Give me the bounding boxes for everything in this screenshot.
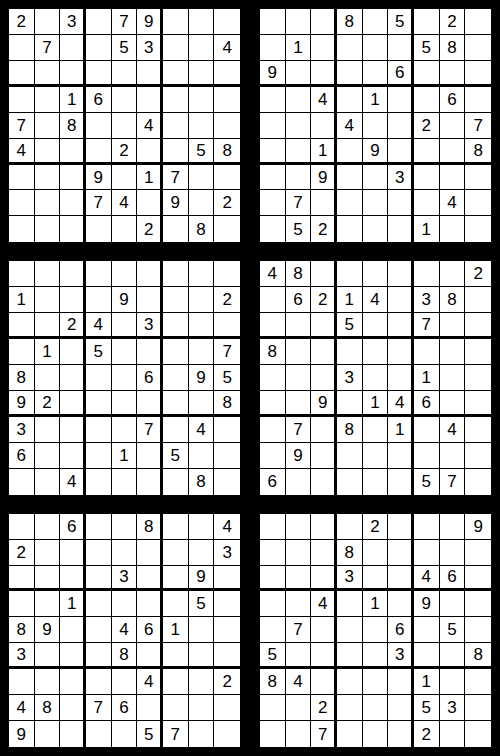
- grid5-cell-r4c4[interactable]: [86, 591, 112, 617]
- grid3-cell-r7c9[interactable]: [214, 417, 240, 443]
- grid6-cell-r5c9[interactable]: [465, 617, 491, 643]
- grid5-cell-r2c2[interactable]: [35, 540, 61, 566]
- grid6-cell-r1c2[interactable]: [286, 514, 312, 540]
- grid4-cell-r4c2[interactable]: [286, 339, 312, 365]
- grid5-cell-r9c3[interactable]: [60, 721, 86, 747]
- grid2-cell-r9c8[interactable]: [440, 216, 466, 242]
- grid5-cell-r1c4[interactable]: [86, 514, 112, 540]
- grid5-cell-r5c9[interactable]: [214, 617, 240, 643]
- grid1-cell-r3c9[interactable]: [214, 61, 240, 87]
- grid6-cell-r6c4[interactable]: [337, 643, 363, 669]
- grid5-cell-r3c6[interactable]: [137, 566, 163, 592]
- grid2-cell-r5c2[interactable]: [286, 113, 312, 139]
- grid6-cell-r2c1[interactable]: [260, 540, 286, 566]
- grid6-cell-r2c8[interactable]: [440, 540, 466, 566]
- grid5-cell-r5c8[interactable]: [189, 617, 215, 643]
- grid5-cell-r6c8[interactable]: [189, 643, 215, 669]
- grid3-cell-r1c3[interactable]: [60, 261, 86, 287]
- grid5-cell-r7c5[interactable]: [112, 669, 138, 695]
- grid2-cell-r7c5[interactable]: [363, 165, 389, 191]
- grid4-cell-r1c7[interactable]: [414, 261, 440, 287]
- grid6-cell-r7c6[interactable]: [388, 669, 414, 695]
- grid6-cell-r2c6[interactable]: [388, 540, 414, 566]
- grid4-cell-r4c5[interactable]: [363, 339, 389, 365]
- grid2-cell-r2c5[interactable]: [363, 35, 389, 61]
- grid4-cell-r3c5[interactable]: [363, 313, 389, 339]
- grid3-cell-r5c3[interactable]: [60, 365, 86, 391]
- grid1-cell-r4c5[interactable]: [112, 87, 138, 113]
- grid5-cell-r7c4[interactable]: [86, 669, 112, 695]
- grid6-cell-r2c3[interactable]: [311, 540, 337, 566]
- grid6-cell-r5c3[interactable]: [311, 617, 337, 643]
- grid1-cell-r5c8[interactable]: [189, 113, 215, 139]
- grid6-cell-r7c8[interactable]: [440, 669, 466, 695]
- grid5-cell-r3c2[interactable]: [35, 566, 61, 592]
- grid4-cell-r6c4[interactable]: [337, 391, 363, 417]
- grid5-cell-r1c1[interactable]: [9, 514, 35, 540]
- grid3-cell-r2c7[interactable]: [163, 287, 189, 313]
- grid2-cell-r2c9[interactable]: [465, 35, 491, 61]
- grid1-cell-r8c6[interactable]: [137, 190, 163, 216]
- grid2-cell-r1c2[interactable]: [286, 9, 312, 35]
- grid5-cell-r8c9[interactable]: [214, 695, 240, 721]
- grid4-cell-r1c3[interactable]: [311, 261, 337, 287]
- grid1-cell-r4c7[interactable]: [163, 87, 189, 113]
- grid3-cell-r9c2[interactable]: [35, 469, 61, 495]
- grid4-cell-r2c6[interactable]: [388, 287, 414, 313]
- grid3-cell-r2c8[interactable]: [189, 287, 215, 313]
- grid2-cell-r5c1[interactable]: [260, 113, 286, 139]
- grid3-cell-r6c4[interactable]: [86, 391, 112, 417]
- grid4-cell-r7c1[interactable]: [260, 417, 286, 443]
- grid1-cell-r4c2[interactable]: [35, 87, 61, 113]
- grid5-cell-r9c2[interactable]: [35, 721, 61, 747]
- grid4-cell-r4c9[interactable]: [465, 339, 491, 365]
- grid5-cell-r4c9[interactable]: [214, 591, 240, 617]
- grid3-cell-r4c5[interactable]: [112, 339, 138, 365]
- grid5-cell-r1c5[interactable]: [112, 514, 138, 540]
- grid3-cell-r1c4[interactable]: [86, 261, 112, 287]
- grid3-cell-r3c1[interactable]: [9, 313, 35, 339]
- grid6-cell-r3c3[interactable]: [311, 566, 337, 592]
- grid5-cell-r4c2[interactable]: [35, 591, 61, 617]
- grid2-cell-r2c1[interactable]: [260, 35, 286, 61]
- grid2-cell-r4c6[interactable]: [388, 87, 414, 113]
- grid3-cell-r4c7[interactable]: [163, 339, 189, 365]
- grid2-cell-r8c1[interactable]: [260, 190, 286, 216]
- grid5-cell-r8c7[interactable]: [163, 695, 189, 721]
- grid3-cell-r3c7[interactable]: [163, 313, 189, 339]
- grid2-cell-r1c9[interactable]: [465, 9, 491, 35]
- grid2-cell-r4c1[interactable]: [260, 87, 286, 113]
- grid1-cell-r9c7[interactable]: [163, 216, 189, 242]
- grid3-cell-r8c8[interactable]: [189, 443, 215, 469]
- grid2-cell-r7c9[interactable]: [465, 165, 491, 191]
- grid5-cell-r9c4[interactable]: [86, 721, 112, 747]
- grid6-cell-r9c8[interactable]: [440, 721, 466, 747]
- grid3-cell-r2c3[interactable]: [60, 287, 86, 313]
- grid6-cell-r3c6[interactable]: [388, 566, 414, 592]
- grid1-cell-r5c2[interactable]: [35, 113, 61, 139]
- grid1-cell-r6c4[interactable]: [86, 139, 112, 165]
- grid3-cell-r6c5[interactable]: [112, 391, 138, 417]
- grid5-cell-r9c8[interactable]: [189, 721, 215, 747]
- grid4-cell-r5c6[interactable]: [388, 365, 414, 391]
- grid1-cell-r3c7[interactable]: [163, 61, 189, 87]
- grid5-cell-r5c3[interactable]: [60, 617, 86, 643]
- grid2-cell-r5c5[interactable]: [363, 113, 389, 139]
- grid4-cell-r3c3[interactable]: [311, 313, 337, 339]
- grid2-cell-r6c7[interactable]: [414, 139, 440, 165]
- grid6-cell-r2c5[interactable]: [363, 540, 389, 566]
- grid5-cell-r3c4[interactable]: [86, 566, 112, 592]
- grid5-cell-r7c1[interactable]: [9, 669, 35, 695]
- grid6-cell-r9c6[interactable]: [388, 721, 414, 747]
- grid6-cell-r4c2[interactable]: [286, 591, 312, 617]
- grid6-cell-r4c9[interactable]: [465, 591, 491, 617]
- grid6-cell-r9c9[interactable]: [465, 721, 491, 747]
- grid4-cell-r7c3[interactable]: [311, 417, 337, 443]
- grid5-cell-r9c5[interactable]: [112, 721, 138, 747]
- grid1-cell-r9c1[interactable]: [9, 216, 35, 242]
- grid3-cell-r1c1[interactable]: [9, 261, 35, 287]
- grid2-cell-r1c3[interactable]: [311, 9, 337, 35]
- grid1-cell-r4c6[interactable]: [137, 87, 163, 113]
- grid6-cell-r7c9[interactable]: [465, 669, 491, 695]
- grid3-cell-r7c4[interactable]: [86, 417, 112, 443]
- grid6-cell-r9c4[interactable]: [337, 721, 363, 747]
- grid4-cell-r8c9[interactable]: [465, 443, 491, 469]
- grid3-cell-r1c6[interactable]: [137, 261, 163, 287]
- grid2-cell-r9c4[interactable]: [337, 216, 363, 242]
- grid6-cell-r8c9[interactable]: [465, 695, 491, 721]
- grid5-cell-r7c2[interactable]: [35, 669, 61, 695]
- grid2-cell-r8c4[interactable]: [337, 190, 363, 216]
- grid2-cell-r9c1[interactable]: [260, 216, 286, 242]
- grid3-cell-r8c6[interactable]: [137, 443, 163, 469]
- grid6-cell-r8c2[interactable]: [286, 695, 312, 721]
- grid2-cell-r2c4[interactable]: [337, 35, 363, 61]
- grid1-cell-r2c7[interactable]: [163, 35, 189, 61]
- grid2-cell-r8c7[interactable]: [414, 190, 440, 216]
- grid6-cell-r6c2[interactable]: [286, 643, 312, 669]
- grid1-cell-r7c9[interactable]: [214, 165, 240, 191]
- grid3-cell-r5c4[interactable]: [86, 365, 112, 391]
- grid2-cell-r6c2[interactable]: [286, 139, 312, 165]
- grid4-cell-r9c6[interactable]: [388, 469, 414, 495]
- grid6-cell-r6c5[interactable]: [363, 643, 389, 669]
- grid4-cell-r7c7[interactable]: [414, 417, 440, 443]
- grid6-cell-r3c1[interactable]: [260, 566, 286, 592]
- grid4-cell-r8c6[interactable]: [388, 443, 414, 469]
- grid1-cell-r5c5[interactable]: [112, 113, 138, 139]
- grid2-cell-r3c4[interactable]: [337, 61, 363, 87]
- grid4-cell-r6c9[interactable]: [465, 391, 491, 417]
- grid1-cell-r9c9[interactable]: [214, 216, 240, 242]
- grid2-cell-r6c4[interactable]: [337, 139, 363, 165]
- grid4-cell-r5c9[interactable]: [465, 365, 491, 391]
- grid1-cell-r3c3[interactable]: [60, 61, 86, 87]
- grid4-cell-r9c3[interactable]: [311, 469, 337, 495]
- grid2-cell-r1c5[interactable]: [363, 9, 389, 35]
- grid4-cell-r7c5[interactable]: [363, 417, 389, 443]
- grid1-cell-r8c2[interactable]: [35, 190, 61, 216]
- grid2-cell-r5c3[interactable]: [311, 113, 337, 139]
- grid2-cell-r4c7[interactable]: [414, 87, 440, 113]
- grid3-cell-r4c6[interactable]: [137, 339, 163, 365]
- grid3-cell-r2c4[interactable]: [86, 287, 112, 313]
- grid4-cell-r9c9[interactable]: [465, 469, 491, 495]
- grid6-cell-r9c2[interactable]: [286, 721, 312, 747]
- grid2-cell-r6c6[interactable]: [388, 139, 414, 165]
- grid4-cell-r5c3[interactable]: [311, 365, 337, 391]
- grid1-cell-r7c1[interactable]: [9, 165, 35, 191]
- grid6-cell-r8c4[interactable]: [337, 695, 363, 721]
- grid5-cell-r2c8[interactable]: [189, 540, 215, 566]
- grid3-cell-r1c5[interactable]: [112, 261, 138, 287]
- grid5-cell-r4c6[interactable]: [137, 591, 163, 617]
- grid3-cell-r9c6[interactable]: [137, 469, 163, 495]
- grid3-cell-r4c3[interactable]: [60, 339, 86, 365]
- grid1-cell-r3c2[interactable]: [35, 61, 61, 87]
- grid6-cell-r4c4[interactable]: [337, 591, 363, 617]
- grid3-cell-r9c9[interactable]: [214, 469, 240, 495]
- grid2-cell-r4c9[interactable]: [465, 87, 491, 113]
- grid6-cell-r1c4[interactable]: [337, 514, 363, 540]
- grid4-cell-r6c1[interactable]: [260, 391, 286, 417]
- grid4-cell-r1c6[interactable]: [388, 261, 414, 287]
- grid1-cell-r8c1[interactable]: [9, 190, 35, 216]
- grid6-cell-r5c4[interactable]: [337, 617, 363, 643]
- grid2-cell-r8c3[interactable]: [311, 190, 337, 216]
- grid2-cell-r2c3[interactable]: [311, 35, 337, 61]
- grid4-cell-r4c4[interactable]: [337, 339, 363, 365]
- grid3-cell-r5c7[interactable]: [163, 365, 189, 391]
- grid1-cell-r8c8[interactable]: [189, 190, 215, 216]
- grid1-cell-r1c9[interactable]: [214, 9, 240, 35]
- grid1-cell-r9c4[interactable]: [86, 216, 112, 242]
- grid3-cell-r7c7[interactable]: [163, 417, 189, 443]
- grid2-cell-r7c8[interactable]: [440, 165, 466, 191]
- grid4-cell-r1c8[interactable]: [440, 261, 466, 287]
- grid1-cell-r1c7[interactable]: [163, 9, 189, 35]
- grid1-cell-r7c8[interactable]: [189, 165, 215, 191]
- grid4-cell-r6c2[interactable]: [286, 391, 312, 417]
- grid6-cell-r3c2[interactable]: [286, 566, 312, 592]
- grid2-cell-r1c7[interactable]: [414, 9, 440, 35]
- grid1-cell-r3c6[interactable]: [137, 61, 163, 87]
- grid4-cell-r4c7[interactable]: [414, 339, 440, 365]
- grid4-cell-r4c6[interactable]: [388, 339, 414, 365]
- grid6-cell-r4c1[interactable]: [260, 591, 286, 617]
- grid2-cell-r5c6[interactable]: [388, 113, 414, 139]
- grid1-cell-r4c1[interactable]: [9, 87, 35, 113]
- grid4-cell-r1c4[interactable]: [337, 261, 363, 287]
- grid5-cell-r5c4[interactable]: [86, 617, 112, 643]
- grid1-cell-r4c8[interactable]: [189, 87, 215, 113]
- grid1-cell-r6c2[interactable]: [35, 139, 61, 165]
- grid1-cell-r5c7[interactable]: [163, 113, 189, 139]
- grid1-cell-r4c9[interactable]: [214, 87, 240, 113]
- grid4-cell-r2c9[interactable]: [465, 287, 491, 313]
- grid4-cell-r3c2[interactable]: [286, 313, 312, 339]
- grid1-cell-r7c2[interactable]: [35, 165, 61, 191]
- grid1-cell-r1c8[interactable]: [189, 9, 215, 35]
- grid5-cell-r8c8[interactable]: [189, 695, 215, 721]
- grid1-cell-r3c8[interactable]: [189, 61, 215, 87]
- grid4-cell-r8c7[interactable]: [414, 443, 440, 469]
- grid5-cell-r7c7[interactable]: [163, 669, 189, 695]
- grid4-cell-r6c8[interactable]: [440, 391, 466, 417]
- grid4-cell-r2c1[interactable]: [260, 287, 286, 313]
- grid5-cell-r2c5[interactable]: [112, 540, 138, 566]
- grid6-cell-r1c3[interactable]: [311, 514, 337, 540]
- grid6-cell-r3c5[interactable]: [363, 566, 389, 592]
- grid6-cell-r9c5[interactable]: [363, 721, 389, 747]
- grid1-cell-r9c2[interactable]: [35, 216, 61, 242]
- grid1-cell-r9c5[interactable]: [112, 216, 138, 242]
- grid5-cell-r1c7[interactable]: [163, 514, 189, 540]
- grid3-cell-r6c8[interactable]: [189, 391, 215, 417]
- grid5-cell-r6c6[interactable]: [137, 643, 163, 669]
- grid6-cell-r7c4[interactable]: [337, 669, 363, 695]
- grid4-cell-r3c6[interactable]: [388, 313, 414, 339]
- grid2-cell-r3c3[interactable]: [311, 61, 337, 87]
- grid5-cell-r4c1[interactable]: [9, 591, 35, 617]
- grid2-cell-r4c4[interactable]: [337, 87, 363, 113]
- grid4-cell-r5c1[interactable]: [260, 365, 286, 391]
- grid2-cell-r9c6[interactable]: [388, 216, 414, 242]
- grid5-cell-r1c2[interactable]: [35, 514, 61, 540]
- grid3-cell-r9c4[interactable]: [86, 469, 112, 495]
- grid1-cell-r6c6[interactable]: [137, 139, 163, 165]
- grid2-cell-r3c9[interactable]: [465, 61, 491, 87]
- grid4-cell-r9c5[interactable]: [363, 469, 389, 495]
- grid5-cell-r3c7[interactable]: [163, 566, 189, 592]
- grid3-cell-r1c2[interactable]: [35, 261, 61, 287]
- grid6-cell-r4c6[interactable]: [388, 591, 414, 617]
- grid4-cell-r4c8[interactable]: [440, 339, 466, 365]
- grid4-cell-r8c4[interactable]: [337, 443, 363, 469]
- grid1-cell-r2c3[interactable]: [60, 35, 86, 61]
- grid2-cell-r9c5[interactable]: [363, 216, 389, 242]
- grid6-cell-r6c7[interactable]: [414, 643, 440, 669]
- grid5-cell-r3c3[interactable]: [60, 566, 86, 592]
- grid5-cell-r8c3[interactable]: [60, 695, 86, 721]
- grid1-cell-r7c5[interactable]: [112, 165, 138, 191]
- grid6-cell-r2c2[interactable]: [286, 540, 312, 566]
- grid2-cell-r7c7[interactable]: [414, 165, 440, 191]
- grid3-cell-r6c6[interactable]: [137, 391, 163, 417]
- grid3-cell-r7c5[interactable]: [112, 417, 138, 443]
- grid6-cell-r1c1[interactable]: [260, 514, 286, 540]
- grid1-cell-r5c9[interactable]: [214, 113, 240, 139]
- grid5-cell-r2c4[interactable]: [86, 540, 112, 566]
- grid3-cell-r5c2[interactable]: [35, 365, 61, 391]
- grid5-cell-r6c7[interactable]: [163, 643, 189, 669]
- grid3-cell-r2c6[interactable]: [137, 287, 163, 313]
- grid1-cell-r3c4[interactable]: [86, 61, 112, 87]
- grid2-cell-r7c4[interactable]: [337, 165, 363, 191]
- grid6-cell-r1c7[interactable]: [414, 514, 440, 540]
- grid3-cell-r1c9[interactable]: [214, 261, 240, 287]
- grid1-cell-r1c2[interactable]: [35, 9, 61, 35]
- grid3-cell-r8c3[interactable]: [60, 443, 86, 469]
- grid3-cell-r6c7[interactable]: [163, 391, 189, 417]
- grid3-cell-r3c8[interactable]: [189, 313, 215, 339]
- grid3-cell-r8c9[interactable]: [214, 443, 240, 469]
- grid6-cell-r7c5[interactable]: [363, 669, 389, 695]
- grid2-cell-r3c7[interactable]: [414, 61, 440, 87]
- grid2-cell-r6c8[interactable]: [440, 139, 466, 165]
- grid3-cell-r3c2[interactable]: [35, 313, 61, 339]
- grid5-cell-r3c9[interactable]: [214, 566, 240, 592]
- grid3-cell-r1c8[interactable]: [189, 261, 215, 287]
- grid4-cell-r8c1[interactable]: [260, 443, 286, 469]
- grid2-cell-r9c9[interactable]: [465, 216, 491, 242]
- grid6-cell-r6c3[interactable]: [311, 643, 337, 669]
- grid5-cell-r1c8[interactable]: [189, 514, 215, 540]
- grid3-cell-r9c1[interactable]: [9, 469, 35, 495]
- grid5-cell-r4c7[interactable]: [163, 591, 189, 617]
- grid5-cell-r6c2[interactable]: [35, 643, 61, 669]
- grid3-cell-r8c4[interactable]: [86, 443, 112, 469]
- grid3-cell-r5c5[interactable]: [112, 365, 138, 391]
- grid4-cell-r8c5[interactable]: [363, 443, 389, 469]
- grid3-cell-r1c7[interactable]: [163, 261, 189, 287]
- grid4-cell-r7c9[interactable]: [465, 417, 491, 443]
- grid6-cell-r8c5[interactable]: [363, 695, 389, 721]
- grid4-cell-r3c1[interactable]: [260, 313, 286, 339]
- grid1-cell-r6c3[interactable]: [60, 139, 86, 165]
- grid2-cell-r5c8[interactable]: [440, 113, 466, 139]
- grid2-cell-r6c1[interactable]: [260, 139, 286, 165]
- grid5-cell-r2c7[interactable]: [163, 540, 189, 566]
- grid2-cell-r8c9[interactable]: [465, 190, 491, 216]
- grid1-cell-r8c3[interactable]: [60, 190, 86, 216]
- grid5-cell-r3c1[interactable]: [9, 566, 35, 592]
- grid3-cell-r6c3[interactable]: [60, 391, 86, 417]
- grid2-cell-r3c8[interactable]: [440, 61, 466, 87]
- grid4-cell-r8c3[interactable]: [311, 443, 337, 469]
- grid2-cell-r7c2[interactable]: [286, 165, 312, 191]
- grid4-cell-r4c3[interactable]: [311, 339, 337, 365]
- grid4-cell-r9c2[interactable]: [286, 469, 312, 495]
- grid5-cell-r6c9[interactable]: [214, 643, 240, 669]
- grid6-cell-r9c1[interactable]: [260, 721, 286, 747]
- grid1-cell-r2c1[interactable]: [9, 35, 35, 61]
- grid4-cell-r1c5[interactable]: [363, 261, 389, 287]
- grid2-cell-r4c2[interactable]: [286, 87, 312, 113]
- grid1-cell-r6c7[interactable]: [163, 139, 189, 165]
- grid5-cell-r6c4[interactable]: [86, 643, 112, 669]
- grid4-cell-r5c5[interactable]: [363, 365, 389, 391]
- grid4-cell-r5c2[interactable]: [286, 365, 312, 391]
- grid6-cell-r7c3[interactable]: [311, 669, 337, 695]
- grid6-cell-r1c8[interactable]: [440, 514, 466, 540]
- grid1-cell-r2c8[interactable]: [189, 35, 215, 61]
- grid6-cell-r4c8[interactable]: [440, 591, 466, 617]
- grid1-cell-r5c4[interactable]: [86, 113, 112, 139]
- grid3-cell-r7c3[interactable]: [60, 417, 86, 443]
- grid3-cell-r3c5[interactable]: [112, 313, 138, 339]
- grid6-cell-r2c9[interactable]: [465, 540, 491, 566]
- grid1-cell-r2c4[interactable]: [86, 35, 112, 61]
- grid5-cell-r7c8[interactable]: [189, 669, 215, 695]
- grid3-cell-r4c1[interactable]: [9, 339, 35, 365]
- grid5-cell-r8c6[interactable]: [137, 695, 163, 721]
- grid6-cell-r6c8[interactable]: [440, 643, 466, 669]
